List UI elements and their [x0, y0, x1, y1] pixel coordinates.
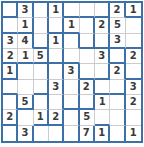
cell-r5c2[interactable] [18, 64, 33, 79]
cell-r7c9[interactable]: 2 [126, 95, 141, 110]
cell-r7c7[interactable]: 1 [95, 95, 110, 110]
cell-r1c6[interactable] [80, 3, 95, 18]
cell-r7c2[interactable]: 5 [18, 95, 33, 110]
cell-r8c8[interactable] [110, 110, 125, 125]
cell-r4c4[interactable] [49, 49, 64, 64]
cell-r8c9[interactable] [126, 110, 141, 125]
cell-r9c4[interactable] [49, 126, 64, 141]
cell-r3c3[interactable] [34, 34, 49, 49]
cell-r5c6[interactable] [80, 64, 95, 79]
cell-r7c1[interactable] [3, 95, 18, 110]
cell-r2c5[interactable]: 1 [64, 18, 79, 33]
cell-r1c7[interactable] [95, 3, 110, 18]
cell-r2c9[interactable] [126, 18, 141, 33]
cell-r9c9[interactable]: 1 [126, 126, 141, 141]
ripple-effect-puzzle: 3121112534132153213232351221253711 [0, 0, 144, 147]
cell-r8c1[interactable]: 2 [3, 110, 18, 125]
cell-r4c8[interactable] [110, 49, 125, 64]
cell-r6c5[interactable] [64, 80, 79, 95]
cell-r3c9[interactable] [126, 34, 141, 49]
cell-r2c4[interactable] [49, 18, 64, 33]
cell-r5c4[interactable] [49, 64, 64, 79]
cell-r3c5[interactable] [64, 34, 79, 49]
cell-r1c2[interactable]: 3 [18, 3, 33, 18]
cell-r2c2[interactable]: 1 [18, 18, 33, 33]
cell-r9c8[interactable] [110, 126, 125, 141]
cell-r2c3[interactable] [34, 18, 49, 33]
cell-r3c1[interactable]: 3 [3, 34, 18, 49]
cell-r7c3[interactable] [34, 95, 49, 110]
cell-r7c4[interactable] [49, 95, 64, 110]
cell-r8c3[interactable]: 1 [34, 110, 49, 125]
cell-r4c2[interactable]: 1 [18, 49, 33, 64]
ripple-effect-board: 3121112534132153213232351221253711 [1, 1, 143, 143]
cell-r8c2[interactable] [18, 110, 33, 125]
cell-r6c4[interactable]: 3 [49, 80, 64, 95]
cell-r3c7[interactable] [95, 34, 110, 49]
cell-r6c3[interactable] [34, 80, 49, 95]
cell-r4c7[interactable]: 3 [95, 49, 110, 64]
cell-r6c7[interactable] [95, 80, 110, 95]
cell-r9c5[interactable] [64, 126, 79, 141]
cell-r8c6[interactable]: 5 [80, 110, 95, 125]
cell-r4c6[interactable] [80, 49, 95, 64]
cell-r3c8[interactable]: 3 [110, 34, 125, 49]
cell-r3c4[interactable]: 1 [49, 34, 64, 49]
cell-r1c5[interactable] [64, 3, 79, 18]
cell-r2c8[interactable]: 5 [110, 18, 125, 33]
cell-r1c3[interactable] [34, 3, 49, 18]
cell-r1c8[interactable]: 2 [110, 3, 125, 18]
cell-r9c7[interactable]: 1 [95, 126, 110, 141]
cell-r8c7[interactable] [95, 110, 110, 125]
cell-r4c1[interactable]: 2 [3, 49, 18, 64]
cell-r1c1[interactable] [3, 3, 18, 18]
cell-r9c3[interactable] [34, 126, 49, 141]
cell-r5c7[interactable] [95, 64, 110, 79]
cell-r4c5[interactable] [64, 49, 79, 64]
cell-r3c2[interactable]: 4 [18, 34, 33, 49]
cell-r7c6[interactable] [80, 95, 95, 110]
cell-r4c3[interactable]: 5 [34, 49, 49, 64]
cell-r8c5[interactable] [64, 110, 79, 125]
cell-r5c8[interactable]: 2 [110, 64, 125, 79]
cell-r6c1[interactable] [3, 80, 18, 95]
cell-r4c9[interactable]: 2 [126, 49, 141, 64]
cell-r5c5[interactable]: 3 [64, 64, 79, 79]
cell-r2c1[interactable] [3, 18, 18, 33]
cell-r6c8[interactable] [110, 80, 125, 95]
cell-r9c6[interactable]: 7 [80, 126, 95, 141]
cell-r9c2[interactable]: 3 [18, 126, 33, 141]
cell-r8c4[interactable]: 2 [49, 110, 64, 125]
cell-r6c2[interactable] [18, 80, 33, 95]
cell-r3c6[interactable] [80, 34, 95, 49]
cell-r6c9[interactable]: 3 [126, 80, 141, 95]
cell-r7c8[interactable] [110, 95, 125, 110]
cell-r5c1[interactable]: 1 [3, 64, 18, 79]
cell-r5c9[interactable] [126, 64, 141, 79]
cell-r7c5[interactable] [64, 95, 79, 110]
cell-r9c1[interactable] [3, 126, 18, 141]
cell-r2c6[interactable] [80, 18, 95, 33]
cell-r5c3[interactable] [34, 64, 49, 79]
cell-r1c4[interactable]: 1 [49, 3, 64, 18]
cell-r6c6[interactable]: 2 [80, 80, 95, 95]
cell-r2c7[interactable]: 2 [95, 18, 110, 33]
cell-r1c9[interactable]: 1 [126, 3, 141, 18]
